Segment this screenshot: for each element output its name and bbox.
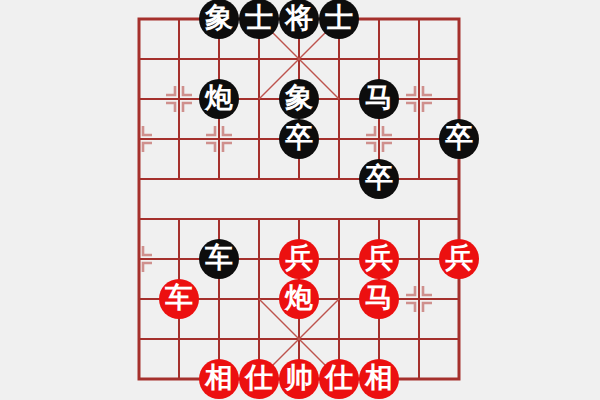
piece-red-advisor[interactable]: 仕 xyxy=(319,359,359,399)
piece-red-pawn[interactable]: 兵 xyxy=(359,239,399,279)
piece-black-cannon[interactable]: 炮 xyxy=(199,79,239,119)
piece-red-general[interactable]: 帅 xyxy=(279,359,319,399)
piece-black-pawn[interactable]: 卒 xyxy=(359,159,399,199)
piece-red-cannon[interactable]: 炮 xyxy=(279,279,319,319)
piece-glyph: 士 xyxy=(245,4,273,32)
piece-red-advisor[interactable]: 仕 xyxy=(239,359,279,399)
piece-glyph: 车 xyxy=(165,284,193,312)
xiangqi-board: 象士将士炮象马卒卒卒车兵兵兵车炮马相仕帅仕相 xyxy=(0,0,600,400)
piece-glyph: 帅 xyxy=(285,364,313,392)
piece-glyph: 炮 xyxy=(285,284,313,312)
piece-black-chariot[interactable]: 车 xyxy=(199,239,239,279)
piece-black-elephant[interactable]: 象 xyxy=(279,79,319,119)
piece-black-general[interactable]: 将 xyxy=(279,0,319,39)
piece-glyph: 相 xyxy=(205,364,233,392)
piece-red-elephant[interactable]: 相 xyxy=(199,359,239,399)
piece-glyph: 兵 xyxy=(285,244,313,272)
piece-glyph: 象 xyxy=(285,84,313,112)
piece-glyph: 卒 xyxy=(285,124,313,152)
pieces-grid: 象士将士炮象马卒卒卒车兵兵兵车炮马相仕帅仕相 xyxy=(119,0,479,399)
piece-glyph: 炮 xyxy=(205,84,233,112)
piece-glyph: 马 xyxy=(365,84,393,112)
piece-glyph: 车 xyxy=(205,244,233,272)
piece-glyph: 仕 xyxy=(245,364,273,392)
piece-glyph: 将 xyxy=(285,4,313,32)
piece-red-pawn[interactable]: 兵 xyxy=(439,239,479,279)
piece-black-horse[interactable]: 马 xyxy=(359,79,399,119)
piece-red-chariot[interactable]: 车 xyxy=(159,279,199,319)
piece-red-pawn[interactable]: 兵 xyxy=(279,239,319,279)
piece-black-advisor[interactable]: 士 xyxy=(319,0,359,39)
piece-black-pawn[interactable]: 卒 xyxy=(279,119,319,159)
piece-black-pawn[interactable]: 卒 xyxy=(439,119,479,159)
piece-red-horse[interactable]: 马 xyxy=(359,279,399,319)
piece-glyph: 马 xyxy=(365,284,393,312)
piece-black-elephant[interactable]: 象 xyxy=(199,0,239,39)
piece-glyph: 兵 xyxy=(445,244,473,272)
piece-glyph: 卒 xyxy=(365,164,393,192)
piece-glyph: 兵 xyxy=(365,244,393,272)
piece-glyph: 仕 xyxy=(325,364,353,392)
piece-glyph: 士 xyxy=(325,4,353,32)
piece-glyph: 卒 xyxy=(445,124,473,152)
piece-glyph: 相 xyxy=(365,364,393,392)
piece-black-advisor[interactable]: 士 xyxy=(239,0,279,39)
piece-red-elephant[interactable]: 相 xyxy=(359,359,399,399)
piece-glyph: 象 xyxy=(205,4,233,32)
